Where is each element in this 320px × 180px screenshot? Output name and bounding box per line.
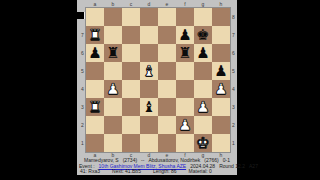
white-bishop: ♝ bbox=[142, 62, 155, 80]
white-pawn: ♟ bbox=[178, 116, 191, 134]
square-g3: ♟ bbox=[194, 98, 212, 116]
black-pawn: ♟ bbox=[88, 44, 101, 62]
rank-label-4: 4 bbox=[80, 80, 85, 98]
square-h6 bbox=[212, 44, 230, 62]
square-f8 bbox=[176, 8, 194, 26]
game-length: Length: 86 bbox=[153, 169, 177, 174]
square-e2 bbox=[158, 116, 176, 134]
square-a3: ♜ bbox=[86, 98, 104, 116]
file-labels-top: abcdefgh bbox=[86, 1, 230, 7]
black-pawn: ♟ bbox=[178, 26, 191, 44]
square-d4 bbox=[140, 80, 158, 98]
square-g2 bbox=[194, 116, 212, 134]
square-c5 bbox=[122, 62, 140, 80]
square-g4 bbox=[194, 80, 212, 98]
square-a8 bbox=[86, 8, 104, 26]
rank-label-5: 5 bbox=[231, 62, 236, 80]
square-b6: ♜ bbox=[104, 44, 122, 62]
black-bishop: ♝ bbox=[142, 98, 155, 116]
square-g1: ♚ bbox=[194, 134, 212, 152]
video-frame: abcdefgh 87654321 87654321 ♜♟♚♟♜♜♟♝♟♟♟♜♝… bbox=[0, 0, 320, 180]
square-g6: ♟ bbox=[194, 44, 212, 62]
white-pawn: ♟ bbox=[196, 98, 209, 116]
square-c3 bbox=[122, 98, 140, 116]
black-rook: ♜ bbox=[106, 44, 119, 62]
square-f3 bbox=[176, 98, 194, 116]
rank-label-2: 2 bbox=[231, 116, 236, 134]
white-rook: ♜ bbox=[88, 26, 101, 44]
rank-label-8: 8 bbox=[231, 8, 236, 26]
black-pawn: ♟ bbox=[214, 62, 227, 80]
square-d3: ♝ bbox=[140, 98, 158, 116]
white-king: ♚ bbox=[196, 134, 209, 152]
square-e7 bbox=[158, 26, 176, 44]
white-rook: ♜ bbox=[88, 98, 101, 116]
rank-label-1: 1 bbox=[231, 134, 236, 152]
file-label-b: b bbox=[104, 1, 122, 7]
square-c2 bbox=[122, 116, 140, 134]
square-f2: ♟ bbox=[176, 116, 194, 134]
file-label-c: c bbox=[122, 1, 140, 7]
rank-label-7: 7 bbox=[80, 26, 85, 44]
rank-label-3: 3 bbox=[231, 98, 236, 116]
square-a5 bbox=[86, 62, 104, 80]
material-balance: Material: 0 bbox=[189, 169, 212, 174]
file-label-d: d bbox=[140, 1, 158, 7]
square-b4: ♟ bbox=[104, 80, 122, 98]
square-c4 bbox=[122, 80, 140, 98]
file-label-a: a bbox=[86, 1, 104, 7]
square-c7 bbox=[122, 26, 140, 44]
square-f6: ♜ bbox=[176, 44, 194, 62]
square-e3 bbox=[158, 98, 176, 116]
square-d7 bbox=[140, 26, 158, 44]
board-panel: abcdefgh 87654321 87654321 ♜♟♚♟♜♜♟♝♟♟♟♜♝… bbox=[77, 0, 237, 175]
white-pawn: ♟ bbox=[106, 80, 119, 98]
moves-line: 41: Rxa3Next: 41.Bb5Length: 86Material: … bbox=[77, 169, 240, 174]
square-h4: ♟ bbox=[212, 80, 230, 98]
square-b2 bbox=[104, 116, 122, 134]
rank-label-1: 1 bbox=[80, 134, 85, 152]
black-to-move-indicator bbox=[77, 12, 85, 19]
square-h1 bbox=[212, 134, 230, 152]
square-d1 bbox=[140, 134, 158, 152]
rank-labels-right: 87654321 bbox=[231, 8, 236, 152]
square-b7 bbox=[104, 26, 122, 44]
square-e8 bbox=[158, 8, 176, 26]
next-move: Next: 41.Bb5 bbox=[112, 169, 141, 174]
rank-label-6: 6 bbox=[231, 44, 236, 62]
square-f7: ♟ bbox=[176, 26, 194, 44]
square-c1 bbox=[122, 134, 140, 152]
square-b1 bbox=[104, 134, 122, 152]
square-d2 bbox=[140, 116, 158, 134]
square-c8 bbox=[122, 8, 140, 26]
white-pawn: ♟ bbox=[214, 80, 227, 98]
square-a7: ♜ bbox=[86, 26, 104, 44]
square-d8 bbox=[140, 8, 158, 26]
black-pawn: ♟ bbox=[196, 44, 209, 62]
square-f1 bbox=[176, 134, 194, 152]
chess-board: ♜♟♚♟♜♜♟♝♟♟♟♜♝♟♟♚ bbox=[86, 8, 230, 152]
square-e6 bbox=[158, 44, 176, 62]
square-e5 bbox=[158, 62, 176, 80]
rank-label-3: 3 bbox=[80, 98, 85, 116]
rank-labels-left: 87654321 bbox=[80, 8, 85, 152]
square-a6: ♟ bbox=[86, 44, 104, 62]
square-d6 bbox=[140, 44, 158, 62]
current-move: 41: Rxa3 bbox=[80, 169, 100, 174]
square-g7: ♚ bbox=[194, 26, 212, 44]
black-rook: ♜ bbox=[178, 44, 191, 62]
square-b3 bbox=[104, 98, 122, 116]
square-h5: ♟ bbox=[212, 62, 230, 80]
square-c6 bbox=[122, 44, 140, 62]
square-a4 bbox=[86, 80, 104, 98]
square-h7 bbox=[212, 26, 230, 44]
square-e4 bbox=[158, 80, 176, 98]
square-g5 bbox=[194, 62, 212, 80]
square-h8 bbox=[212, 8, 230, 26]
event-eco-code: A27 bbox=[249, 164, 258, 169]
square-f4 bbox=[176, 80, 194, 98]
rank-label-6: 6 bbox=[80, 44, 85, 62]
square-b5 bbox=[104, 62, 122, 80]
square-f5 bbox=[176, 62, 194, 80]
square-b8 bbox=[104, 8, 122, 26]
file-label-g: g bbox=[194, 1, 212, 7]
square-h3 bbox=[212, 98, 230, 116]
square-d5: ♝ bbox=[140, 62, 158, 80]
file-label-f: f bbox=[176, 1, 194, 7]
file-label-e: e bbox=[158, 1, 176, 7]
rank-label-5: 5 bbox=[80, 62, 85, 80]
rank-label-7: 7 bbox=[231, 26, 236, 44]
square-e1 bbox=[158, 134, 176, 152]
rank-label-2: 2 bbox=[80, 116, 85, 134]
square-h2 bbox=[212, 116, 230, 134]
square-a2 bbox=[86, 116, 104, 134]
file-label-h: h bbox=[212, 1, 230, 7]
square-a1 bbox=[86, 134, 104, 152]
black-king: ♚ bbox=[196, 26, 209, 44]
rank-label-4: 4 bbox=[231, 80, 236, 98]
square-g8 bbox=[194, 8, 212, 26]
